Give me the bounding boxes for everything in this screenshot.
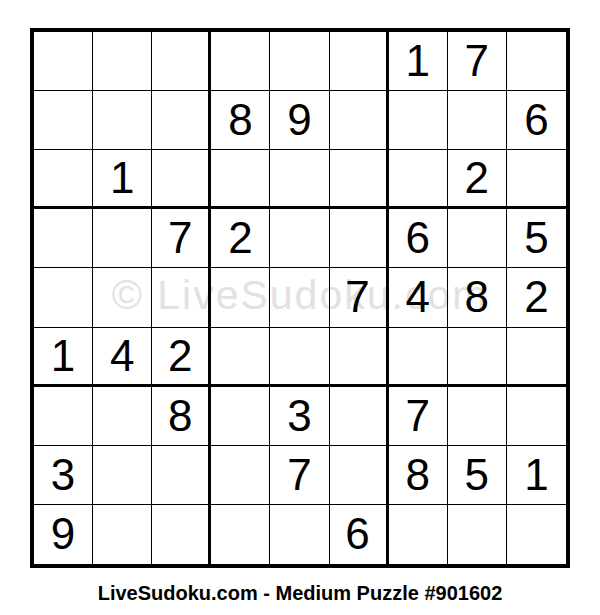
- sudoku-grid: 1789612726574821428373785196: [34, 32, 566, 564]
- cell-r9c7[interactable]: [389, 505, 448, 564]
- cell-r7c5[interactable]: 3: [270, 387, 329, 446]
- cell-r2c1[interactable]: [34, 91, 93, 150]
- cell-r7c2[interactable]: [93, 387, 152, 446]
- cell-r4c4[interactable]: 2: [211, 209, 270, 268]
- cell-r6c9[interactable]: [507, 328, 566, 387]
- cell-r3c3[interactable]: [152, 150, 211, 209]
- cell-r2c2[interactable]: [93, 91, 152, 150]
- cell-r9c6[interactable]: 6: [330, 505, 389, 564]
- cell-r4c6[interactable]: [330, 209, 389, 268]
- cell-r2c9[interactable]: 6: [507, 91, 566, 150]
- cell-r2c7[interactable]: [389, 91, 448, 150]
- cell-r1c7[interactable]: 1: [389, 32, 448, 91]
- cell-r8c9[interactable]: 1: [507, 446, 566, 505]
- puzzle-caption: LiveSudoku.com - Medium Puzzle #901602: [0, 582, 600, 605]
- cell-r9c1[interactable]: 9: [34, 505, 93, 564]
- cell-r6c3[interactable]: 2: [152, 328, 211, 387]
- cell-r3c7[interactable]: [389, 150, 448, 209]
- cell-r4c5[interactable]: [270, 209, 329, 268]
- cell-r3c9[interactable]: [507, 150, 566, 209]
- cell-r1c1[interactable]: [34, 32, 93, 91]
- cell-r5c7[interactable]: 4: [389, 268, 448, 327]
- sudoku-page: © LiveSudoku.com 17896127265748214283737…: [0, 0, 600, 615]
- cell-r1c3[interactable]: [152, 32, 211, 91]
- cell-r1c6[interactable]: [330, 32, 389, 91]
- sudoku-board: © LiveSudoku.com 17896127265748214283737…: [30, 28, 570, 568]
- cell-r2c4[interactable]: 8: [211, 91, 270, 150]
- cell-r4c3[interactable]: 7: [152, 209, 211, 268]
- cell-r5c4[interactable]: [211, 268, 270, 327]
- cell-r8c3[interactable]: [152, 446, 211, 505]
- cell-r8c4[interactable]: [211, 446, 270, 505]
- cell-r3c5[interactable]: [270, 150, 329, 209]
- cell-r7c1[interactable]: [34, 387, 93, 446]
- cell-r8c1[interactable]: 3: [34, 446, 93, 505]
- cell-r8c2[interactable]: [93, 446, 152, 505]
- cell-r8c6[interactable]: [330, 446, 389, 505]
- cell-r6c4[interactable]: [211, 328, 270, 387]
- cell-r4c7[interactable]: 6: [389, 209, 448, 268]
- cell-r6c1[interactable]: 1: [34, 328, 93, 387]
- cell-r8c7[interactable]: 8: [389, 446, 448, 505]
- cell-r5c6[interactable]: 7: [330, 268, 389, 327]
- cell-r6c2[interactable]: 4: [93, 328, 152, 387]
- cell-r2c8[interactable]: [448, 91, 507, 150]
- cell-r5c9[interactable]: 2: [507, 268, 566, 327]
- cell-r5c3[interactable]: [152, 268, 211, 327]
- cell-r9c2[interactable]: [93, 505, 152, 564]
- cell-r6c5[interactable]: [270, 328, 329, 387]
- cell-r3c8[interactable]: 2: [448, 150, 507, 209]
- cell-r3c4[interactable]: [211, 150, 270, 209]
- cell-r8c5[interactable]: 7: [270, 446, 329, 505]
- cell-r4c1[interactable]: [34, 209, 93, 268]
- cell-r9c3[interactable]: [152, 505, 211, 564]
- cell-r9c5[interactable]: [270, 505, 329, 564]
- cell-r4c9[interactable]: 5: [507, 209, 566, 268]
- cell-r9c8[interactable]: [448, 505, 507, 564]
- cell-r1c2[interactable]: [93, 32, 152, 91]
- cell-r1c9[interactable]: [507, 32, 566, 91]
- cell-r7c3[interactable]: 8: [152, 387, 211, 446]
- cell-r5c8[interactable]: 8: [448, 268, 507, 327]
- cell-r7c6[interactable]: [330, 387, 389, 446]
- cell-r8c8[interactable]: 5: [448, 446, 507, 505]
- cell-r1c5[interactable]: [270, 32, 329, 91]
- cell-r2c3[interactable]: [152, 91, 211, 150]
- cell-r5c1[interactable]: [34, 268, 93, 327]
- cell-r9c4[interactable]: [211, 505, 270, 564]
- cell-r7c8[interactable]: [448, 387, 507, 446]
- cell-r1c4[interactable]: [211, 32, 270, 91]
- cell-r2c6[interactable]: [330, 91, 389, 150]
- cell-r4c8[interactable]: [448, 209, 507, 268]
- cell-r3c6[interactable]: [330, 150, 389, 209]
- cell-r3c2[interactable]: 1: [93, 150, 152, 209]
- cell-r7c7[interactable]: 7: [389, 387, 448, 446]
- cell-r4c2[interactable]: [93, 209, 152, 268]
- cell-r2c5[interactable]: 9: [270, 91, 329, 150]
- cell-r3c1[interactable]: [34, 150, 93, 209]
- cell-r9c9[interactable]: [507, 505, 566, 564]
- cell-r5c2[interactable]: [93, 268, 152, 327]
- cell-r6c8[interactable]: [448, 328, 507, 387]
- cell-r7c9[interactable]: [507, 387, 566, 446]
- cell-r5c5[interactable]: [270, 268, 329, 327]
- cell-r6c6[interactable]: [330, 328, 389, 387]
- cell-r1c8[interactable]: 7: [448, 32, 507, 91]
- cell-r7c4[interactable]: [211, 387, 270, 446]
- cell-r6c7[interactable]: [389, 328, 448, 387]
